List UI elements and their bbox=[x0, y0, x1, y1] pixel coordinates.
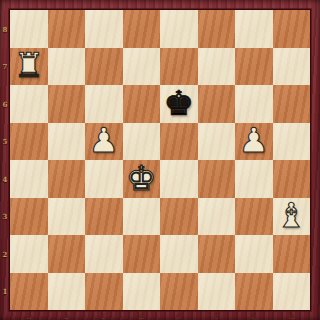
square-a1[interactable] bbox=[10, 273, 48, 311]
black-king[interactable]: ♚ bbox=[164, 86, 194, 120]
white-rook[interactable]: ♜ bbox=[14, 48, 44, 82]
square-b1[interactable] bbox=[48, 273, 86, 311]
rank-label-3: 3 bbox=[3, 213, 8, 220]
rank-label-4: 4 bbox=[3, 175, 8, 182]
square-b3[interactable] bbox=[48, 198, 86, 236]
square-c3[interactable] bbox=[85, 198, 123, 236]
file-label-f: f bbox=[215, 311, 218, 318]
square-c2[interactable] bbox=[85, 235, 123, 273]
square-e5[interactable] bbox=[160, 123, 198, 161]
square-f4[interactable] bbox=[198, 160, 236, 198]
square-f2[interactable] bbox=[198, 235, 236, 273]
square-h5[interactable] bbox=[273, 123, 311, 161]
square-a6[interactable] bbox=[10, 85, 48, 123]
square-c6[interactable] bbox=[85, 85, 123, 123]
square-d3[interactable] bbox=[123, 198, 161, 236]
square-b5[interactable] bbox=[48, 123, 86, 161]
square-e3[interactable] bbox=[160, 198, 198, 236]
white-bishop[interactable]: ♝ bbox=[276, 198, 306, 232]
rank-label-2: 2 bbox=[3, 250, 8, 257]
square-f3[interactable] bbox=[198, 198, 236, 236]
square-b2[interactable] bbox=[48, 235, 86, 273]
square-e6[interactable]: ♚ bbox=[160, 85, 198, 123]
square-b4[interactable] bbox=[48, 160, 86, 198]
square-a3[interactable] bbox=[10, 198, 48, 236]
square-a4[interactable] bbox=[10, 160, 48, 198]
square-h7[interactable] bbox=[273, 48, 311, 86]
square-f6[interactable] bbox=[198, 85, 236, 123]
square-b7[interactable] bbox=[48, 48, 86, 86]
square-d1[interactable] bbox=[123, 273, 161, 311]
square-a5[interactable] bbox=[10, 123, 48, 161]
square-h3[interactable]: ♝ bbox=[273, 198, 311, 236]
square-a2[interactable] bbox=[10, 235, 48, 273]
square-d8[interactable] bbox=[123, 10, 161, 48]
file-label-b: b bbox=[64, 311, 69, 318]
square-f7[interactable] bbox=[198, 48, 236, 86]
square-a8[interactable] bbox=[10, 10, 48, 48]
square-f1[interactable] bbox=[198, 273, 236, 311]
square-g5[interactable]: ♟ bbox=[235, 123, 273, 161]
white-pawn[interactable]: ♟ bbox=[89, 123, 119, 157]
square-d7[interactable] bbox=[123, 48, 161, 86]
square-e8[interactable] bbox=[160, 10, 198, 48]
file-label-h: h bbox=[289, 311, 294, 318]
rank-label-1: 1 bbox=[3, 288, 8, 295]
square-c1[interactable] bbox=[85, 273, 123, 311]
square-a7[interactable]: ♜ bbox=[10, 48, 48, 86]
square-b8[interactable] bbox=[48, 10, 86, 48]
square-c5[interactable]: ♟ bbox=[85, 123, 123, 161]
rank-label-7: 7 bbox=[3, 63, 8, 70]
square-d4[interactable]: ♚ bbox=[123, 160, 161, 198]
square-g4[interactable] bbox=[235, 160, 273, 198]
square-d2[interactable] bbox=[123, 235, 161, 273]
square-g8[interactable] bbox=[235, 10, 273, 48]
square-g1[interactable] bbox=[235, 273, 273, 311]
rank-label-5: 5 bbox=[3, 138, 8, 145]
file-label-c: c bbox=[102, 311, 106, 318]
file-label-e: e bbox=[177, 311, 181, 318]
square-h4[interactable] bbox=[273, 160, 311, 198]
square-b6[interactable] bbox=[48, 85, 86, 123]
square-e4[interactable] bbox=[160, 160, 198, 198]
square-f5[interactable] bbox=[198, 123, 236, 161]
square-c8[interactable] bbox=[85, 10, 123, 48]
square-g7[interactable] bbox=[235, 48, 273, 86]
square-h8[interactable] bbox=[273, 10, 311, 48]
square-c4[interactable] bbox=[85, 160, 123, 198]
square-g6[interactable] bbox=[235, 85, 273, 123]
square-e7[interactable] bbox=[160, 48, 198, 86]
file-label-d: d bbox=[139, 311, 144, 318]
chessboard-window: ♜♚♟♟♚♝ 87654321abcdefgh bbox=[0, 0, 320, 320]
board-grid: ♜♚♟♟♚♝ bbox=[10, 10, 310, 310]
white-king[interactable]: ♚ bbox=[126, 161, 156, 195]
square-e1[interactable] bbox=[160, 273, 198, 311]
square-h2[interactable] bbox=[273, 235, 311, 273]
square-d6[interactable] bbox=[123, 85, 161, 123]
square-h6[interactable] bbox=[273, 85, 311, 123]
file-label-g: g bbox=[251, 311, 256, 318]
rank-label-6: 6 bbox=[3, 100, 8, 107]
file-label-a: a bbox=[26, 311, 31, 318]
square-e2[interactable] bbox=[160, 235, 198, 273]
square-c7[interactable] bbox=[85, 48, 123, 86]
square-h1[interactable] bbox=[273, 273, 311, 311]
square-g2[interactable] bbox=[235, 235, 273, 273]
square-g3[interactable] bbox=[235, 198, 273, 236]
white-pawn[interactable]: ♟ bbox=[239, 123, 269, 157]
rank-label-8: 8 bbox=[3, 25, 8, 32]
square-f8[interactable] bbox=[198, 10, 236, 48]
square-d5[interactable] bbox=[123, 123, 161, 161]
